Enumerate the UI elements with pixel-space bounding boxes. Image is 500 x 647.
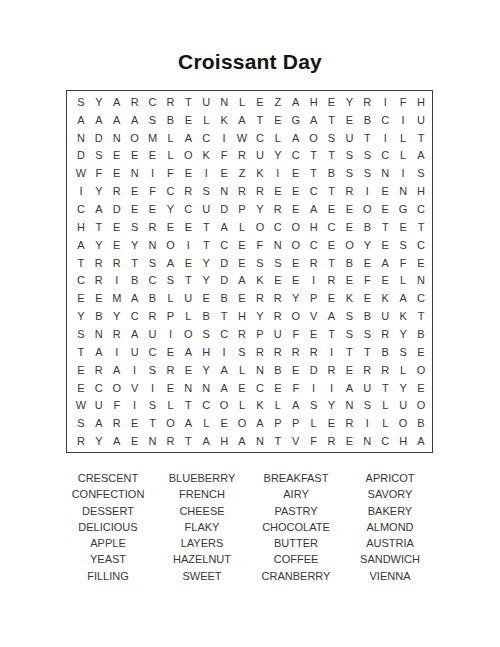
grid-cell: E [376, 236, 394, 254]
grid-cell: R [323, 272, 341, 290]
grid-cell: A [251, 414, 269, 432]
grid-cell: O [108, 379, 126, 397]
grid-cell: E [323, 414, 341, 432]
grid-cell: E [412, 254, 430, 272]
grid-cell: T [72, 254, 90, 272]
word-list-item: COFFEE [249, 551, 343, 567]
grid-cell: K [251, 396, 269, 414]
word-list-column: CRESCENTCONFECTIONDESSERTDELICIOUSAPPLEY… [61, 470, 155, 584]
grid-cell: R [233, 325, 251, 343]
grid-cell: L [197, 111, 215, 129]
grid-cell: R [126, 93, 144, 111]
grid-cell: A [126, 111, 144, 129]
grid-cell: L [394, 361, 412, 379]
grid-cell: B [412, 414, 430, 432]
grid-cell: Y [358, 236, 376, 254]
word-search-grid: SYARCRTUNLEZAHEYRIFHAAAASBELKATEGATEBCIU… [66, 90, 433, 453]
grid-cell: S [144, 396, 162, 414]
grid-cell: E [340, 361, 358, 379]
grid-cell: N [251, 432, 269, 450]
grid-cell: V [287, 432, 305, 450]
grid-cell: R [233, 182, 251, 200]
grid-cell: E [269, 272, 287, 290]
grid-cell: R [90, 361, 108, 379]
grid-cell: U [144, 325, 162, 343]
grid-cell: F [287, 379, 305, 397]
grid-cell: S [72, 93, 90, 111]
grid-cell: E [108, 147, 126, 165]
grid-cell: S [412, 164, 430, 182]
grid-cell: Y [90, 236, 108, 254]
grid-cell: A [233, 111, 251, 129]
word-list-item: CONFECTION [61, 486, 155, 502]
grid-cell: M [144, 129, 162, 147]
grid-cell: R [161, 432, 179, 450]
word-list-item: DESSERT [61, 503, 155, 519]
grid-cell: D [72, 147, 90, 165]
grid-cell: E [287, 254, 305, 272]
grid-cell: P [305, 289, 323, 307]
grid-cell: T [179, 272, 197, 290]
grid-cell: N [197, 379, 215, 397]
grid-cell: T [215, 307, 233, 325]
grid-cell: A [161, 254, 179, 272]
grid-cell: L [233, 361, 251, 379]
grid-cell: B [126, 272, 144, 290]
grid-cell: C [144, 272, 162, 290]
grid-cell: U [179, 289, 197, 307]
grid-cell: W [233, 129, 251, 147]
grid-cell: E [376, 272, 394, 290]
grid-cell: E [305, 325, 323, 343]
grid-cell: E [269, 379, 287, 397]
grid-cell: B [215, 289, 233, 307]
grid-cell: E [161, 379, 179, 397]
grid-cell: V [305, 307, 323, 325]
grid-cell: U [251, 147, 269, 165]
word-list-item: CRANBERRY [249, 568, 343, 584]
grid-cell: S [251, 254, 269, 272]
grid-cell: I [161, 325, 179, 343]
grid-cell: R [144, 218, 162, 236]
grid-cell: B [376, 343, 394, 361]
grid-cell: A [233, 272, 251, 290]
word-list-item: FRENCH [155, 486, 249, 502]
grid-cell: C [287, 147, 305, 165]
grid-cell: E [287, 200, 305, 218]
grid-cell: B [144, 289, 162, 307]
grid-cell: E [376, 182, 394, 200]
grid-cell: A [126, 325, 144, 343]
grid-cell: E [340, 218, 358, 236]
grid-cell: E [287, 361, 305, 379]
grid-cell: B [412, 325, 430, 343]
grid-cell: Y [340, 93, 358, 111]
grid-cell: K [376, 289, 394, 307]
grid-cell: F [161, 164, 179, 182]
grid-cell: Y [251, 307, 269, 325]
grid-cell: I [376, 93, 394, 111]
grid-cell: B [323, 164, 341, 182]
grid-cell: Y [126, 236, 144, 254]
grid-cell: L [269, 129, 287, 147]
grid-cell: S [305, 396, 323, 414]
word-list-item: CHEESE [155, 503, 249, 519]
grid-cell: B [358, 218, 376, 236]
grid-cell: A [215, 218, 233, 236]
grid-cell: N [358, 432, 376, 450]
grid-cell: S [358, 325, 376, 343]
grid-cell: B [358, 111, 376, 129]
grid-cell: L [305, 414, 323, 432]
word-list: CRESCENTCONFECTIONDESSERTDELICIOUSAPPLEY… [61, 470, 437, 584]
grid-cell: R [72, 432, 90, 450]
grid-cell: A [126, 289, 144, 307]
grid-cell: S [72, 414, 90, 432]
grid-cell: E [72, 289, 90, 307]
grid-cell: N [340, 396, 358, 414]
grid-cell: L [394, 272, 412, 290]
grid-cell: A [412, 147, 430, 165]
grid-cell: Y [197, 361, 215, 379]
grid-cell: A [287, 93, 305, 111]
word-list-item: BUTTER [249, 535, 343, 551]
grid-cell: I [144, 379, 162, 397]
grid-cell: E [269, 182, 287, 200]
grid-cell: R [269, 307, 287, 325]
word-list-item: CHOCOLATE [249, 519, 343, 535]
grid-cell: A [287, 129, 305, 147]
grid-cell: K [215, 111, 233, 129]
grid-cell: E [340, 200, 358, 218]
grid-cell: R [161, 361, 179, 379]
word-list-item: FILLING [61, 568, 155, 584]
grid-cell: I [323, 379, 341, 397]
grid-cell: S [197, 325, 215, 343]
grid-cell: A [108, 361, 126, 379]
grid-cell: L [161, 147, 179, 165]
grid-cell: A [376, 254, 394, 272]
grid-cell: E [287, 182, 305, 200]
grid-cell: N [412, 272, 430, 290]
grid-cell: T [376, 379, 394, 397]
word-list-item: BAKERY [343, 503, 437, 519]
grid-cell: P [233, 200, 251, 218]
grid-cell: E [126, 147, 144, 165]
grid-cell: L [394, 147, 412, 165]
grid-cell: A [179, 414, 197, 432]
grid-cell: N [90, 325, 108, 343]
grid-cell: E [108, 236, 126, 254]
grid-cell: L [161, 129, 179, 147]
grid-cell: T [305, 147, 323, 165]
grid-cell: P [161, 307, 179, 325]
grid-cell: F [394, 93, 412, 111]
grid-cell: I [108, 272, 126, 290]
grid-cell: D [90, 129, 108, 147]
grid-cell: R [323, 361, 341, 379]
grid-cell: R [340, 182, 358, 200]
grid-cell: E [126, 432, 144, 450]
grid-cell: Z [269, 93, 287, 111]
grid-cell: N [269, 236, 287, 254]
grid-cell: R [358, 93, 376, 111]
grid-cell: I [72, 182, 90, 200]
grid-cell: E [340, 272, 358, 290]
grid-cell: P [269, 414, 287, 432]
grid-cell: N [126, 164, 144, 182]
grid-cell: A [179, 343, 197, 361]
grid-cell: R [376, 361, 394, 379]
word-list-column: APRICOTSAVORYBAKERYALMONDAUSTRIASANDWICH… [343, 470, 437, 584]
grid-cell: O [161, 236, 179, 254]
grid-cell: A [233, 432, 251, 450]
grid-cell: K [251, 272, 269, 290]
grid-cell: S [340, 307, 358, 325]
grid-cell: E [233, 289, 251, 307]
grid-cell: E [215, 164, 233, 182]
grid-cell: N [179, 379, 197, 397]
grid-cell: O [412, 361, 430, 379]
puzzle-page: Croissant Day SYARCRTUNLEZAHEYRIFHAAAASB… [0, 0, 500, 647]
grid-cell: E [144, 200, 162, 218]
grid-cell: B [340, 254, 358, 272]
grid-cell: R [108, 325, 126, 343]
grid-cell: N [144, 236, 162, 254]
word-list-item: HAZELNUT [155, 551, 249, 567]
grid-cell: E [251, 93, 269, 111]
grid-cell: S [72, 325, 90, 343]
grid-cell: T [412, 307, 430, 325]
grid-cell: O [394, 414, 412, 432]
word-list-item: ALMOND [343, 519, 437, 535]
grid-cell: A [340, 379, 358, 397]
grid-cell: E [108, 218, 126, 236]
grid-cell: C [197, 396, 215, 414]
grid-cell: C [376, 147, 394, 165]
grid-cell: E [358, 254, 376, 272]
grid-cell: E [233, 254, 251, 272]
grid-cell: L [376, 396, 394, 414]
grid-cell: A [90, 200, 108, 218]
grid-cell: U [126, 343, 144, 361]
grid-cell: R [323, 432, 341, 450]
grid-cell: C [376, 111, 394, 129]
grid-cell: R [108, 254, 126, 272]
grid-cell: E [179, 361, 197, 379]
grid-cell: S [340, 164, 358, 182]
grid-cell: L [233, 396, 251, 414]
grid-cell: H [305, 93, 323, 111]
grid-cell: T [179, 93, 197, 111]
word-list-item: LAYERS [155, 535, 249, 551]
grid-cell: C [72, 200, 90, 218]
grid-cell: T [358, 129, 376, 147]
grid-cell: Y [108, 307, 126, 325]
grid-cell: I [305, 272, 323, 290]
grid-cell: T [251, 111, 269, 129]
grid-cell: C [72, 272, 90, 290]
grid-cell: L [233, 93, 251, 111]
grid-cell: D [215, 272, 233, 290]
grid-cell: O [412, 396, 430, 414]
grid-cell: T [305, 164, 323, 182]
grid-cell: Y [394, 325, 412, 343]
word-list-item: FLAKY [155, 519, 249, 535]
grid-cell: K [394, 307, 412, 325]
grid-cell: F [251, 236, 269, 254]
grid-cell: E [179, 111, 197, 129]
grid-cell: N [376, 164, 394, 182]
grid-cell: T [197, 236, 215, 254]
grid-cell: D [215, 200, 233, 218]
grid-cell: O [215, 396, 233, 414]
grid-cell: R [269, 200, 287, 218]
grid-cell: C [251, 379, 269, 397]
grid-cell: U [340, 129, 358, 147]
grid-cell: R [179, 182, 197, 200]
grid-cell: S [144, 254, 162, 272]
grid-cell: U [412, 111, 430, 129]
grid-cell: B [197, 307, 215, 325]
grid-cell: R [144, 307, 162, 325]
grid-cell: N [215, 93, 233, 111]
grid-cell: R [251, 343, 269, 361]
grid-cell: A [323, 307, 341, 325]
grid-cell: A [90, 343, 108, 361]
word-list-item: SANDWICH [343, 551, 437, 567]
grid-cell: E [126, 200, 144, 218]
grid-cell: S [269, 254, 287, 272]
grid-cell: I [215, 343, 233, 361]
grid-cell: A [215, 361, 233, 379]
grid-cell: A [305, 111, 323, 129]
grid-cell: K [197, 147, 215, 165]
grid-cell: I [126, 396, 144, 414]
grid-cell: E [233, 236, 251, 254]
grid-cell: R [108, 182, 126, 200]
grid-cell: I [394, 111, 412, 129]
grid-cell: E [179, 218, 197, 236]
grid-cell: O [161, 414, 179, 432]
grid-cell: K [340, 289, 358, 307]
grid-cell: D [215, 254, 233, 272]
grid-cell: C [305, 182, 323, 200]
grid-cell: I [269, 164, 287, 182]
grid-cell: V [126, 379, 144, 397]
grid-cell: U [358, 379, 376, 397]
grid-cell: E [412, 379, 430, 397]
grid-cell: C [144, 93, 162, 111]
grid-cell: S [394, 343, 412, 361]
grid-cell: I [179, 236, 197, 254]
word-list-item: APPLE [61, 535, 155, 551]
grid-cell: E [376, 200, 394, 218]
grid-cell: S [126, 218, 144, 236]
grid-cell: R [340, 414, 358, 432]
grid-cell: R [376, 325, 394, 343]
grid-cell: U [376, 307, 394, 325]
grid-cell: T [323, 147, 341, 165]
grid-cell: S [358, 147, 376, 165]
grid-cell: A [305, 200, 323, 218]
grid-cell: Y [287, 289, 305, 307]
grid-cell: O [287, 307, 305, 325]
grid-cell: P [251, 325, 269, 343]
grid-cell: Y [90, 182, 108, 200]
grid-cell: B [269, 361, 287, 379]
grid-cell: O [126, 129, 144, 147]
word-list-item: VIENNA [343, 568, 437, 584]
grid-cell: U [269, 325, 287, 343]
grid-cell: C [161, 182, 179, 200]
grid-cell: T [358, 343, 376, 361]
grid-cell: C [323, 218, 341, 236]
grid-cell: T [412, 129, 430, 147]
grid-cell: N [72, 129, 90, 147]
grid-cell: C [144, 343, 162, 361]
grid-cell: U [197, 200, 215, 218]
grid-cell: T [90, 218, 108, 236]
grid-cell: E [161, 218, 179, 236]
grid-cell: E [269, 111, 287, 129]
grid-cell: C [412, 289, 430, 307]
grid-cell: Y [90, 93, 108, 111]
grid-cell: L [394, 129, 412, 147]
grid-cell: H [197, 343, 215, 361]
grid-cell: I [197, 164, 215, 182]
grid-cell: S [144, 361, 162, 379]
grid-cell: S [90, 147, 108, 165]
grid-cell: N [144, 432, 162, 450]
grid-cell: S [197, 182, 215, 200]
word-list-item: SAVORY [343, 486, 437, 502]
grid-cell: A [108, 111, 126, 129]
grid-cell: T [323, 111, 341, 129]
grid-cell: A [197, 432, 215, 450]
grid-cell: O [287, 236, 305, 254]
grid-cell: H [305, 218, 323, 236]
grid-cell: O [305, 129, 323, 147]
grid-cell: F [394, 254, 412, 272]
grid-cell: R [251, 182, 269, 200]
grid-cell: H [215, 432, 233, 450]
grid-cell: E [287, 272, 305, 290]
grid-cell: P [287, 414, 305, 432]
grid-cell: E [126, 182, 144, 200]
grid-cell: M [108, 289, 126, 307]
grid-cell: H [412, 93, 430, 111]
grid-cell: E [90, 289, 108, 307]
grid-cell: E [340, 111, 358, 129]
grid-cell: C [179, 200, 197, 218]
grid-cell: T [376, 218, 394, 236]
grid-cell: I [108, 343, 126, 361]
grid-cell: H [72, 218, 90, 236]
grid-cell: R [269, 289, 287, 307]
word-list-column: BLUEBERRYFRENCHCHEESEFLAKYLAYERSHAZELNUT… [155, 470, 249, 584]
grid-cell: R [108, 414, 126, 432]
grid-cell: K [251, 164, 269, 182]
grid-cell: C [305, 236, 323, 254]
grid-cell: O [358, 200, 376, 218]
grid-cell: Y [323, 396, 341, 414]
grid-cell: R [233, 147, 251, 165]
grid-cell: N [215, 182, 233, 200]
grid-cell: A [215, 379, 233, 397]
grid-cell: C [126, 307, 144, 325]
grid-cell: L [233, 218, 251, 236]
